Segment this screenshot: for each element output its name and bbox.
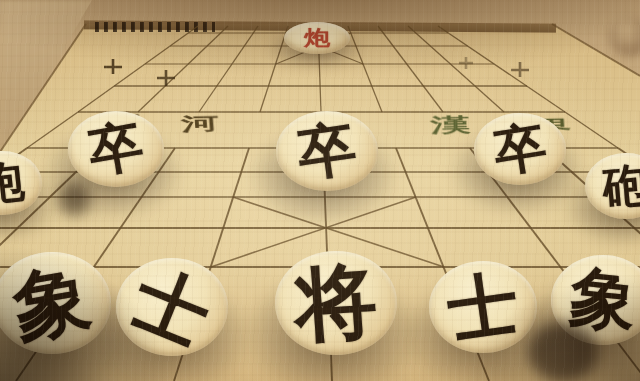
piece-black-soldier-f7[interactable]: 卒 xyxy=(474,113,566,185)
piece-top: 士 xyxy=(116,258,228,356)
piece-black-advisor-f6[interactable]: 士 xyxy=(429,261,537,353)
piece-red-cannon[interactable]: 炮 xyxy=(284,22,350,54)
piece-black-cannon-f8[interactable]: 砲 xyxy=(585,153,640,219)
shadow-blob xyxy=(528,322,598,381)
piece-black-soldier-f5[interactable]: 卒 xyxy=(276,111,378,191)
piece-top: 将 xyxy=(275,251,397,355)
piece-glyph: 砲 xyxy=(601,161,640,211)
xiangqi-photo-scene: 楚 河 漢 界 炮 卒 卒 卒 砲 砲 象 xyxy=(0,0,640,381)
piece-black-cannon-f2[interactable]: 砲 xyxy=(0,151,42,215)
piece-black-soldier-f3[interactable]: 卒 xyxy=(68,111,164,187)
piece-top: 卒 xyxy=(276,111,378,191)
piece-glyph: 象 xyxy=(8,259,96,347)
piece-glyph: 士 xyxy=(443,267,522,346)
piece-glyph: 卒 xyxy=(294,118,360,184)
river-text-he: 河 xyxy=(180,115,219,134)
piece-glyph: 卒 xyxy=(490,119,549,178)
piece-top: 卒 xyxy=(474,113,566,185)
piece-glyph: 炮 xyxy=(304,28,330,49)
river-text-han: 漢 xyxy=(429,115,470,135)
piece-glyph: 士 xyxy=(124,259,220,355)
piece-glyph: 卒 xyxy=(85,118,148,181)
piece-glyph: 将 xyxy=(292,259,380,347)
piece-black-advisor-f4[interactable]: 士 xyxy=(116,258,228,356)
piece-black-general-f5[interactable]: 将 xyxy=(275,251,397,355)
piece-top: 炮 xyxy=(284,22,350,54)
piece-top: 士 xyxy=(429,261,537,353)
piece-top: 卒 xyxy=(68,111,164,187)
piece-glyph: 砲 xyxy=(0,159,26,207)
